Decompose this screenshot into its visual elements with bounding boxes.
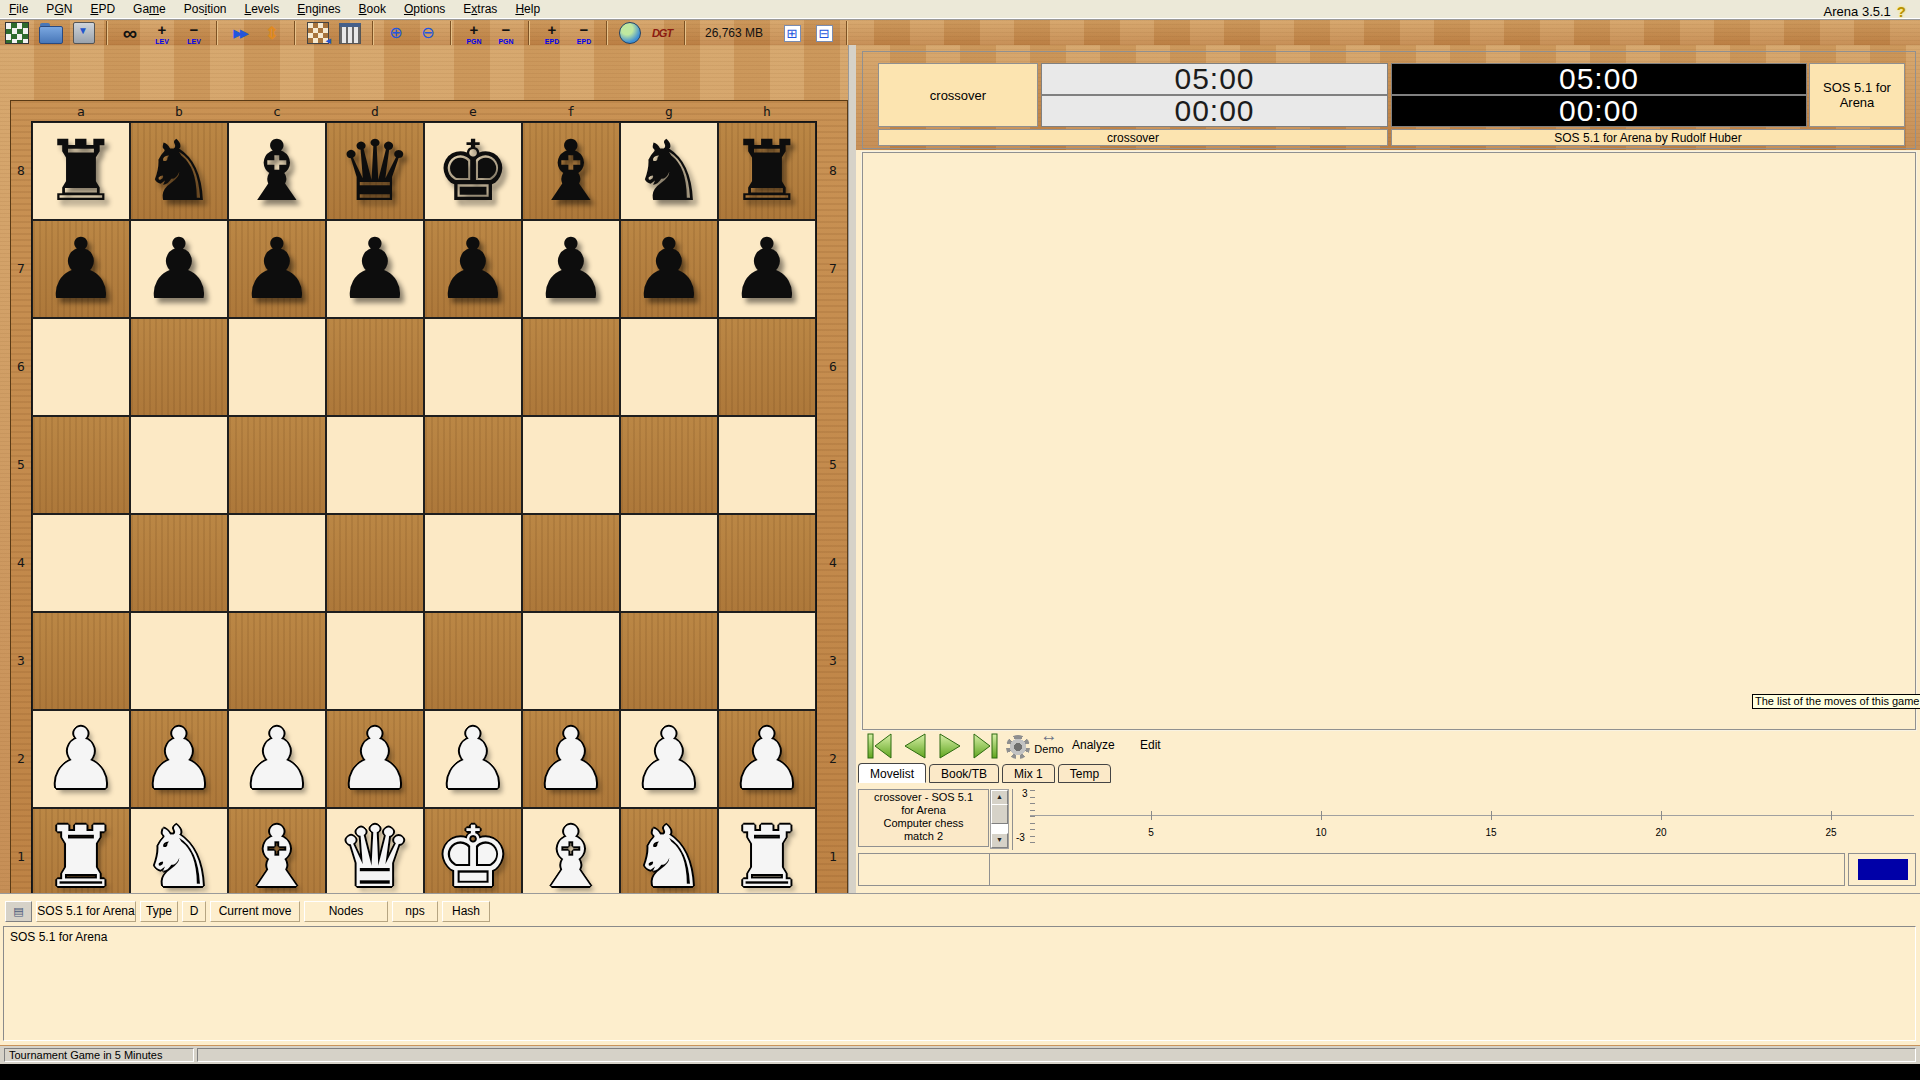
pgn-plus-icon-glyph: + <box>470 22 479 37</box>
graph-x-tick <box>1661 811 1662 820</box>
epd-plus-icon[interactable]: +EPD <box>541 22 563 45</box>
pgn-minus-icon-label: PGN <box>498 38 513 45</box>
memory-indicator: 26,763 MB <box>697 27 771 39</box>
engine-management-icon <box>339 23 361 44</box>
square-d7[interactable]: ♟ <box>326 220 424 318</box>
engine-header-nps[interactable]: nps <box>392 901 438 922</box>
square-c6[interactable] <box>228 318 326 416</box>
infinite-analysis-icon-glyph: ∞ <box>123 23 137 43</box>
graph-y-tick <box>1030 816 1035 817</box>
rank-label-4: 4 <box>11 555 31 570</box>
engine-match-info: crossover - SOS 5.1 for Arena Computer c… <box>858 789 989 847</box>
dgt-board-icon-glyph: DGT <box>652 28 672 39</box>
black-clock-secondary: 00:00 <box>1391 95 1807 127</box>
engine-list-icon[interactable]: ▤ <box>5 901 32 922</box>
toolbar-separator <box>216 21 218 45</box>
square-d4[interactable] <box>326 514 424 612</box>
graph-divider <box>1012 789 1013 850</box>
rank-label-6: 6 <box>823 359 843 374</box>
square-f3[interactable] <box>522 612 620 710</box>
engine-output-panel: ▤ SOS 5.1 for ArenaTypeDCurrent moveNode… <box>0 893 1920 1045</box>
graph-y-tick <box>1030 810 1035 811</box>
white-pawn: ♟ <box>533 710 608 808</box>
graph-y-tick <box>1030 803 1035 804</box>
black-pawn: ♟ <box>239 220 314 318</box>
square-a4[interactable] <box>32 514 130 612</box>
infinite-analysis-icon[interactable]: ∞ <box>119 23 141 43</box>
info-scrollbar[interactable]: ▲ ▼ <box>990 789 1009 849</box>
rank-label-8: 8 <box>11 163 31 178</box>
engine-header-hash[interactable]: Hash <box>442 901 490 922</box>
square-f6[interactable] <box>522 318 620 416</box>
back-button[interactable] <box>899 731 931 761</box>
analyze-button[interactable]: Analyze <box>1072 738 1115 752</box>
rank-label-2: 2 <box>823 751 843 766</box>
square-g8[interactable]: ♞ <box>620 122 718 220</box>
toolbar-separator <box>528 21 530 45</box>
square-c7[interactable]: ♟ <box>228 220 326 318</box>
arena-window: FilePGNEPDGamePositionLevelsEnginesBookO… <box>0 0 1920 1080</box>
forward-button[interactable] <box>934 731 966 761</box>
move-now-icon[interactable]: ▶▶ <box>229 28 251 39</box>
graph-y-tick <box>1030 797 1035 798</box>
zoom-in-icon[interactable]: ⊕ <box>385 25 407 41</box>
toolbar-separator <box>372 21 374 45</box>
menu-pgn[interactable]: PGN <box>37 1 81 17</box>
black-rook: ♜ <box>729 122 804 220</box>
white-pawn: ♟ <box>43 710 118 808</box>
rank-label-2: 2 <box>11 751 31 766</box>
movelist-area[interactable] <box>862 152 1916 730</box>
engine-header-d[interactable]: D <box>182 901 206 922</box>
epd-minus-icon-label: EPD <box>577 38 591 45</box>
square-a6[interactable] <box>32 318 130 416</box>
rank-label-3: 3 <box>11 653 31 668</box>
open-icon[interactable] <box>39 22 63 44</box>
white-bishop: ♝ <box>533 808 608 906</box>
square-d3[interactable] <box>326 612 424 710</box>
demo-label: Demo <box>1032 743 1066 755</box>
black-king: ♚ <box>435 122 510 220</box>
black-pawn: ♟ <box>729 220 804 318</box>
menu-extras[interactable]: Extras <box>454 1 506 17</box>
white-clock-main: 05:00 <box>1041 63 1388 95</box>
engine-settings-gear-icon[interactable] <box>1006 735 1030 759</box>
board-panel: ♜♞♝♛♚♝♞♜♟♟♟♟♟♟♟♟♟♟♟♟♟♟♟♟♜♞♝♛♚♝♞♜ aabbccd… <box>0 45 848 893</box>
menu-position[interactable]: Position <box>175 1 236 17</box>
scroll-up-icon[interactable]: ▲ <box>991 790 1008 805</box>
file-label-e: e <box>463 104 483 119</box>
eval-graph: 3 -3 510152025 <box>1016 788 1914 850</box>
square-c5[interactable] <box>228 416 326 514</box>
square-f2[interactable]: ♟ <box>522 710 620 808</box>
toolbar-separator <box>294 21 296 45</box>
engine-output-header: ▤ SOS 5.1 for ArenaTypeDCurrent moveNode… <box>5 901 490 922</box>
square-a2[interactable]: ♟ <box>32 710 130 808</box>
white-bishop: ♝ <box>239 808 314 906</box>
engine-header-current-move[interactable]: Current move <box>210 901 300 922</box>
square-c8[interactable]: ♝ <box>228 122 326 220</box>
square-g5[interactable] <box>620 416 718 514</box>
pgn-minus-icon-glyph: − <box>502 22 511 37</box>
tab-movelist[interactable]: Movelist <box>858 763 926 783</box>
square-e1[interactable]: ♚ <box>424 808 522 906</box>
maximize-board-icon[interactable]: ⊞ <box>781 25 803 42</box>
rank-label-1: 1 <box>11 849 31 864</box>
square-g7[interactable]: ♟ <box>620 220 718 318</box>
edit-button[interactable]: Edit <box>1140 738 1161 752</box>
white-pawn: ♟ <box>141 710 216 808</box>
engine-header-type[interactable]: Type <box>140 901 178 922</box>
rank-label-7: 7 <box>11 261 31 276</box>
maximize-board-icon-glyph: ⊞ <box>784 25 801 42</box>
level-plus-icon[interactable]: +LEV <box>151 22 173 45</box>
square-f5[interactable] <box>522 416 620 514</box>
menu-game[interactable]: Game <box>124 1 175 17</box>
toolbar: ∞+LEV−LEV▶▶⇕⊕⊖+PGN−PGN+EPD−EPDDGT26,763 … <box>0 19 1920 46</box>
square-b5[interactable] <box>130 416 228 514</box>
new-board-icon[interactable] <box>5 22 29 44</box>
help-hint-icon[interactable]: ? <box>1897 3 1906 20</box>
chess-board: ♜♞♝♛♚♝♞♜♟♟♟♟♟♟♟♟♟♟♟♟♟♟♟♟♜♞♝♛♚♝♞♜ aabbccd… <box>10 100 848 935</box>
square-a7[interactable]: ♟ <box>32 220 130 318</box>
square-h4[interactable] <box>718 514 816 612</box>
rank-label-3: 3 <box>823 653 843 668</box>
movelist-tooltip: The list of the moves of this game <box>1752 694 1920 709</box>
rank-label-8: 8 <box>823 163 843 178</box>
menu-bar: FilePGNEPDGamePositionLevelsEnginesBookO… <box>0 0 1920 19</box>
app-version: Arena 3.5.1 <box>1824 4 1891 19</box>
screen-bottom-band <box>0 1064 1920 1080</box>
graph-y-top-label: 3 <box>1022 788 1028 799</box>
toolbar-separator <box>684 21 686 45</box>
white-clock-secondary: 00:00 <box>1041 95 1388 127</box>
square-b1[interactable]: ♞ <box>130 808 228 906</box>
setup-position-icon <box>307 22 329 44</box>
pgn-minus-icon[interactable]: −PGN <box>495 22 517 45</box>
black-player-name: SOS 5.1 for Arena <box>1809 63 1905 127</box>
black-pawn: ♟ <box>43 220 118 318</box>
square-c4[interactable] <box>228 514 326 612</box>
square-b6[interactable] <box>130 318 228 416</box>
graph-x-tick <box>1831 811 1832 820</box>
flip-board-icon-glyph: ⇕ <box>265 25 279 42</box>
memory-indicator-glyph: 26,763 MB <box>697 27 771 39</box>
menu-help[interactable]: Help <box>506 1 549 17</box>
square-e4[interactable] <box>424 514 522 612</box>
square-e5[interactable] <box>424 416 522 514</box>
graph-y-tick <box>1030 842 1035 843</box>
square-f7[interactable]: ♟ <box>522 220 620 318</box>
status-bar: Tournament Game in 5 Minutes <box>0 1046 1920 1064</box>
engine-header-nodes[interactable]: Nodes <box>304 901 388 922</box>
square-g2[interactable]: ♟ <box>620 710 718 808</box>
level-minus-icon-glyph: − <box>190 22 199 37</box>
file-label-b: b <box>169 104 189 119</box>
pgn-plus-icon-label: PGN <box>466 38 481 45</box>
square-g6[interactable] <box>620 318 718 416</box>
square-c1[interactable]: ♝ <box>228 808 326 906</box>
square-a5[interactable] <box>32 416 130 514</box>
save-icon <box>73 22 95 44</box>
tab-mix-1[interactable]: Mix 1 <box>1002 764 1055 783</box>
graph-x-label-25: 25 <box>1825 827 1836 838</box>
new-board-icon <box>5 22 29 44</box>
black-bishop: ♝ <box>239 122 314 220</box>
white-pawn: ♟ <box>239 710 314 808</box>
square-h6[interactable] <box>718 318 816 416</box>
rank-label-5: 5 <box>11 457 31 472</box>
rank-label-5: 5 <box>823 457 843 472</box>
engine-output-line: SOS 5.1 for Arena <box>10 930 107 944</box>
move-now-icon-glyph: ▶▶ <box>234 28 247 39</box>
black-pawn: ♟ <box>141 220 216 318</box>
scroll-down-icon[interactable]: ▼ <box>991 833 1008 848</box>
black-pawn: ♟ <box>631 220 706 318</box>
level-plus-icon-glyph: + <box>158 22 167 37</box>
square-d1[interactable]: ♛ <box>326 808 424 906</box>
file-label-h: h <box>757 104 777 119</box>
zoom-out-icon-glyph: ⊖ <box>421 25 434 41</box>
menu-file[interactable]: File <box>0 1 37 17</box>
square-d5[interactable] <box>326 416 424 514</box>
menu-engines[interactable]: Engines <box>288 1 349 17</box>
level-minus-icon[interactable]: −LEV <box>183 22 205 45</box>
square-h5[interactable] <box>718 416 816 514</box>
tab-book-tb[interactable]: Book/TB <box>929 764 999 783</box>
restore-board-icon[interactable]: ⊟ <box>813 25 835 42</box>
go-to-start-button[interactable] <box>864 731 896 761</box>
graph-y-tick <box>1030 790 1035 791</box>
square-g4[interactable] <box>620 514 718 612</box>
epd-minus-icon-glyph: − <box>580 22 589 37</box>
square-e8[interactable]: ♚ <box>424 122 522 220</box>
toolbar-separator <box>606 21 608 45</box>
square-h7[interactable]: ♟ <box>718 220 816 318</box>
square-b8[interactable]: ♞ <box>130 122 228 220</box>
open-icon <box>39 26 63 44</box>
toolbar-separator <box>450 21 452 45</box>
black-knight: ♞ <box>141 122 216 220</box>
file-label-f: f <box>561 104 581 119</box>
engine-output-area: SOS 5.1 for Arena <box>3 926 1916 1041</box>
black-queen: ♛ <box>337 122 412 220</box>
rank-label-6: 6 <box>11 359 31 374</box>
white-pawn: ♟ <box>435 710 510 808</box>
flip-board-icon[interactable]: ⇕ <box>261 25 283 42</box>
graph-x-label-5: 5 <box>1148 827 1154 838</box>
square-d6[interactable] <box>326 318 424 416</box>
dgt-board-icon[interactable]: DGT <box>651 28 673 39</box>
file-label-c: c <box>267 104 287 119</box>
engine-management-icon[interactable] <box>339 23 361 44</box>
square-d2[interactable]: ♟ <box>326 710 424 808</box>
black-clock-main: 05:00 <box>1391 63 1807 95</box>
menu-levels[interactable]: Levels <box>236 1 289 17</box>
square-e3[interactable] <box>424 612 522 710</box>
white-queen: ♛ <box>337 808 412 906</box>
graph-x-label-10: 10 <box>1315 827 1326 838</box>
square-f1[interactable]: ♝ <box>522 808 620 906</box>
match-progress-row <box>858 853 1845 886</box>
engine-header-sos-5-1-for-arena[interactable]: SOS 5.1 for Arena <box>36 901 136 922</box>
file-label-d: d <box>365 104 385 119</box>
globe-icon <box>619 22 641 44</box>
black-knight: ♞ <box>631 122 706 220</box>
restore-board-icon-glyph: ⊟ <box>816 25 833 42</box>
white-knight: ♞ <box>141 808 216 906</box>
square-h1[interactable]: ♜ <box>718 808 816 906</box>
square-f4[interactable] <box>522 514 620 612</box>
graph-y-tick <box>1030 823 1035 824</box>
square-e6[interactable] <box>424 318 522 416</box>
square-d8[interactable]: ♛ <box>326 122 424 220</box>
square-b3[interactable] <box>130 612 228 710</box>
demo-button[interactable]: ↔ Demo <box>1032 729 1066 755</box>
board-grid: ♜♞♝♛♚♝♞♜♟♟♟♟♟♟♟♟♟♟♟♟♟♟♟♟♜♞♝♛♚♝♞♜ <box>31 121 817 907</box>
square-a3[interactable] <box>32 612 130 710</box>
graph-x-tick <box>1151 811 1152 820</box>
square-g1[interactable]: ♞ <box>620 808 718 906</box>
white-king: ♚ <box>435 808 510 906</box>
square-c2[interactable]: ♟ <box>228 710 326 808</box>
progress-bar-box <box>1848 853 1916 886</box>
graph-zero-line <box>1030 815 1914 816</box>
demo-arrows-icon: ↔ <box>1032 729 1066 743</box>
epd-plus-icon-label: EPD <box>545 38 559 45</box>
progress-row-divider <box>989 854 990 885</box>
toolbar-separator <box>106 21 108 45</box>
graph-x-tick <box>1491 811 1492 820</box>
white-player-name: crossover <box>878 63 1038 127</box>
square-g3[interactable] <box>620 612 718 710</box>
rank-label-1: 1 <box>823 849 843 864</box>
zoom-in-icon-glyph: ⊕ <box>389 25 402 41</box>
white-player-footer: crossover <box>878 129 1388 146</box>
square-b2[interactable]: ♟ <box>130 710 228 808</box>
white-pawn: ♟ <box>337 710 412 808</box>
clock-panel: crossover 05:00 00:00 05:00 00:00 SOS 5.… <box>862 51 1916 149</box>
scrollbar-thumb[interactable] <box>991 804 1008 824</box>
square-h8[interactable]: ♜ <box>718 122 816 220</box>
pgn-plus-icon[interactable]: +PGN <box>463 22 485 45</box>
menu-options[interactable]: Options <box>395 1 454 17</box>
file-label-g: g <box>659 104 679 119</box>
rank-label-7: 7 <box>823 261 843 276</box>
panel-tabs: MovelistBook/TBMix 1Temp <box>858 763 1111 783</box>
progress-bar-fill <box>1858 859 1908 880</box>
black-pawn: ♟ <box>337 220 412 318</box>
square-h2[interactable]: ♟ <box>718 710 816 808</box>
menu-book[interactable]: Book <box>350 1 395 17</box>
go-to-end-button[interactable] <box>969 731 1001 761</box>
level-minus-icon-label: LEV <box>187 38 201 45</box>
square-b4[interactable] <box>130 514 228 612</box>
white-rook: ♜ <box>729 808 804 906</box>
square-c3[interactable] <box>228 612 326 710</box>
globe-icon[interactable] <box>619 22 641 44</box>
white-rook: ♜ <box>43 808 118 906</box>
save-icon[interactable] <box>73 22 95 44</box>
graph-x-label-15: 15 <box>1485 827 1496 838</box>
graph-y-tick <box>1030 836 1035 837</box>
square-h3[interactable] <box>718 612 816 710</box>
white-knight: ♞ <box>631 808 706 906</box>
square-e2[interactable]: ♟ <box>424 710 522 808</box>
black-pawn: ♟ <box>533 220 608 318</box>
black-bishop: ♝ <box>533 122 608 220</box>
square-e7[interactable]: ♟ <box>424 220 522 318</box>
graph-y-bottom-label: -3 <box>1016 832 1025 843</box>
graph-x-tick <box>1321 811 1322 820</box>
white-pawn: ♟ <box>729 710 804 808</box>
square-a1[interactable]: ♜ <box>32 808 130 906</box>
graph-x-label-20: 20 <box>1655 827 1666 838</box>
file-label-a: a <box>71 104 91 119</box>
graph-y-tick <box>1030 829 1035 830</box>
status-level-text: Tournament Game in 5 Minutes <box>4 1048 194 1062</box>
zoom-out-icon[interactable]: ⊖ <box>417 25 439 41</box>
tab-temp[interactable]: Temp <box>1058 764 1111 783</box>
black-pawn: ♟ <box>435 220 510 318</box>
square-a8[interactable]: ♜ <box>32 122 130 220</box>
black-player-footer: SOS 5.1 for Arena by Rudolf Huber <box>1391 129 1905 146</box>
setup-position-icon[interactable] <box>307 22 329 44</box>
black-rook: ♜ <box>43 122 118 220</box>
epd-minus-icon[interactable]: −EPD <box>573 22 595 45</box>
app-version-area: Arena 3.5.1 ? <box>1824 3 1906 20</box>
menu-epd[interactable]: EPD <box>81 1 124 17</box>
level-plus-icon-label: LEV <box>155 38 169 45</box>
square-b7[interactable]: ♟ <box>130 220 228 318</box>
epd-plus-icon-glyph: + <box>548 22 557 37</box>
status-extra-cell <box>197 1048 1916 1062</box>
rank-label-4: 4 <box>823 555 843 570</box>
white-pawn: ♟ <box>631 710 706 808</box>
toolbar-separator <box>846 21 848 45</box>
square-f8[interactable]: ♝ <box>522 122 620 220</box>
